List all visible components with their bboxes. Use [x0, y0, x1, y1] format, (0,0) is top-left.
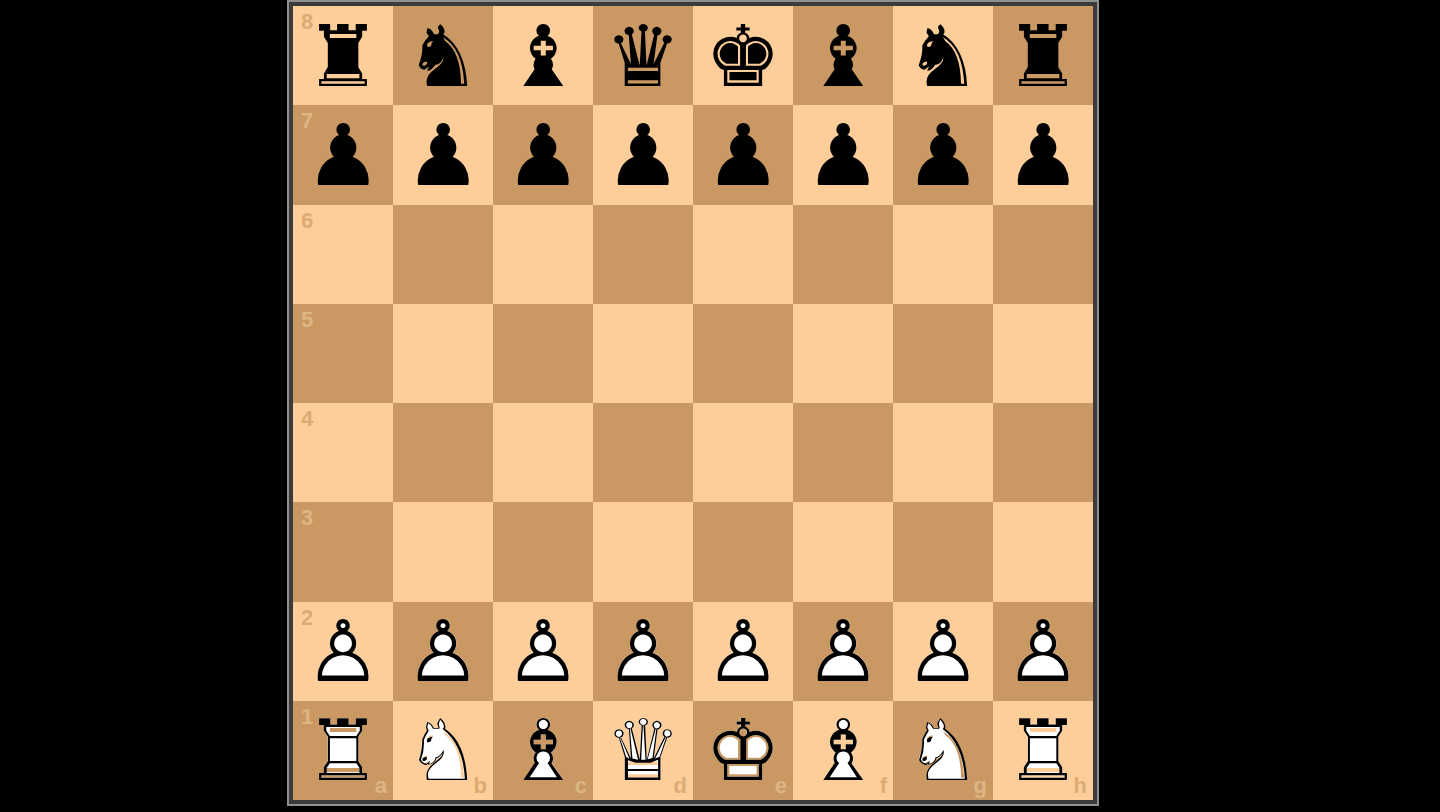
white-piece-glyph: ♟: [905, 609, 981, 694]
piece-bR-h8[interactable]: ♜: [993, 6, 1093, 105]
white-piece-glyph: ♟: [605, 609, 681, 694]
piece-bP-e7[interactable]: ♟: [693, 105, 793, 204]
piece-wN-b1[interactable]: ♞♘: [393, 701, 493, 800]
piece-outline-glyph: ♙: [805, 609, 881, 694]
square-h7[interactable]: ♟: [993, 105, 1093, 204]
piece-wP-h2[interactable]: ♟♙: [993, 602, 1093, 701]
piece-bP-g7[interactable]: ♟: [893, 105, 993, 204]
piece-bP-d7[interactable]: ♟: [593, 105, 693, 204]
black-piece-glyph: ♟: [905, 112, 981, 197]
rank-label-5: 5: [301, 307, 313, 333]
square-g7[interactable]: ♟: [893, 105, 993, 204]
square-c4[interactable]: [493, 403, 593, 502]
square-a2[interactable]: 2♟♙: [293, 602, 393, 701]
square-b7[interactable]: ♟: [393, 105, 493, 204]
black-piece-glyph: ♝: [505, 13, 581, 98]
piece-bP-f7[interactable]: ♟: [793, 105, 893, 204]
white-piece-glyph: ♜: [305, 708, 381, 793]
square-a8[interactable]: 8♜: [293, 6, 393, 105]
square-d8[interactable]: ♛: [593, 6, 693, 105]
square-a1[interactable]: 1a♜♖: [293, 701, 393, 800]
black-piece-glyph: ♟: [705, 112, 781, 197]
square-e1[interactable]: e♚♔: [693, 701, 793, 800]
black-piece-glyph: ♞: [905, 13, 981, 98]
piece-outline-glyph: ♗: [805, 708, 881, 793]
piece-bB-f8[interactable]: ♝: [793, 6, 893, 105]
app-background: 8♜♞♝♛♚♝♞♜7♟♟♟♟♟♟♟♟65432♟♙♟♙♟♙♟♙♟♙♟♙♟♙♟♙1…: [0, 0, 1440, 812]
piece-wR-h1[interactable]: ♜♖: [993, 701, 1093, 800]
black-piece-glyph: ♚: [705, 13, 781, 98]
piece-outline-glyph: ♘: [405, 708, 481, 793]
square-c1[interactable]: c♝♗: [493, 701, 593, 800]
square-c2[interactable]: ♟♙: [493, 602, 593, 701]
piece-outline-glyph: ♔: [705, 708, 781, 793]
rank-label-3: 3: [301, 505, 313, 531]
piece-wP-g2[interactable]: ♟♙: [893, 602, 993, 701]
piece-outline-glyph: ♙: [505, 609, 581, 694]
piece-outline-glyph: ♙: [905, 609, 981, 694]
piece-bB-c8[interactable]: ♝: [493, 6, 593, 105]
square-b8[interactable]: ♞: [393, 6, 493, 105]
square-c8[interactable]: ♝: [493, 6, 593, 105]
square-h2[interactable]: ♟♙: [993, 602, 1093, 701]
piece-bR-a8[interactable]: ♜: [293, 6, 393, 105]
square-c5[interactable]: [493, 304, 593, 403]
square-g5[interactable]: [893, 304, 993, 403]
square-f1[interactable]: f♝♗: [793, 701, 893, 800]
piece-bK-e8[interactable]: ♚: [693, 6, 793, 105]
square-f8[interactable]: ♝: [793, 6, 893, 105]
square-g2[interactable]: ♟♙: [893, 602, 993, 701]
white-piece-glyph: ♟: [705, 609, 781, 694]
piece-bP-h7[interactable]: ♟: [993, 105, 1093, 204]
square-g1[interactable]: g♞♘: [893, 701, 993, 800]
square-g6[interactable]: [893, 205, 993, 304]
piece-bP-a7[interactable]: ♟: [293, 105, 393, 204]
piece-wP-a2[interactable]: ♟♙: [293, 602, 393, 701]
piece-bP-c7[interactable]: ♟: [493, 105, 593, 204]
piece-outline-glyph: ♕: [605, 708, 681, 793]
square-d3[interactable]: [593, 502, 693, 601]
square-h6[interactable]: [993, 205, 1093, 304]
square-d6[interactable]: [593, 205, 693, 304]
black-piece-glyph: ♟: [505, 112, 581, 197]
white-piece-glyph: ♞: [405, 708, 481, 793]
square-g8[interactable]: ♞: [893, 6, 993, 105]
piece-wQ-d1[interactable]: ♛♕: [593, 701, 693, 800]
square-a4[interactable]: 4: [293, 403, 393, 502]
piece-wR-a1[interactable]: ♜♖: [293, 701, 393, 800]
piece-wB-f1[interactable]: ♝♗: [793, 701, 893, 800]
piece-outline-glyph: ♖: [1005, 708, 1081, 793]
piece-outline-glyph: ♙: [705, 609, 781, 694]
square-d4[interactable]: [593, 403, 693, 502]
square-b3[interactable]: [393, 502, 493, 601]
board-frame: 8♜♞♝♛♚♝♞♜7♟♟♟♟♟♟♟♟65432♟♙♟♙♟♙♟♙♟♙♟♙♟♙♟♙1…: [289, 2, 1097, 804]
piece-wP-b2[interactable]: ♟♙: [393, 602, 493, 701]
piece-outline-glyph: ♙: [1005, 609, 1081, 694]
square-f6[interactable]: [793, 205, 893, 304]
black-piece-glyph: ♛: [605, 13, 681, 98]
piece-outline-glyph: ♙: [605, 609, 681, 694]
piece-wP-f2[interactable]: ♟♙: [793, 602, 893, 701]
square-c6[interactable]: [493, 205, 593, 304]
square-h5[interactable]: [993, 304, 1093, 403]
piece-outline-glyph: ♙: [405, 609, 481, 694]
square-a5[interactable]: 5: [293, 304, 393, 403]
square-h1[interactable]: h♜♖: [993, 701, 1093, 800]
white-piece-glyph: ♝: [505, 708, 581, 793]
rank-label-4: 4: [301, 406, 313, 432]
square-g4[interactable]: [893, 403, 993, 502]
piece-bP-b7[interactable]: ♟: [393, 105, 493, 204]
square-e4[interactable]: [693, 403, 793, 502]
piece-bN-b8[interactable]: ♞: [393, 6, 493, 105]
piece-wP-e2[interactable]: ♟♙: [693, 602, 793, 701]
square-f4[interactable]: [793, 403, 893, 502]
piece-wP-c2[interactable]: ♟♙: [493, 602, 593, 701]
piece-outline-glyph: ♗: [505, 708, 581, 793]
piece-wB-c1[interactable]: ♝♗: [493, 701, 593, 800]
black-piece-glyph: ♟: [605, 112, 681, 197]
square-e8[interactable]: ♚: [693, 6, 793, 105]
square-e3[interactable]: [693, 502, 793, 601]
black-piece-glyph: ♜: [305, 13, 381, 98]
black-piece-glyph: ♞: [405, 13, 481, 98]
square-a7[interactable]: 7♟: [293, 105, 393, 204]
square-h8[interactable]: ♜: [993, 6, 1093, 105]
white-piece-glyph: ♞: [905, 708, 981, 793]
piece-wK-e1[interactable]: ♚♔: [693, 701, 793, 800]
black-piece-glyph: ♟: [805, 112, 881, 197]
square-a3[interactable]: 3: [293, 502, 393, 601]
square-f7[interactable]: ♟: [793, 105, 893, 204]
square-d2[interactable]: ♟♙: [593, 602, 693, 701]
black-piece-glyph: ♟: [1005, 112, 1081, 197]
square-b2[interactable]: ♟♙: [393, 602, 493, 701]
white-piece-glyph: ♟: [1005, 609, 1081, 694]
square-b5[interactable]: [393, 304, 493, 403]
square-b1[interactable]: b♞♘: [393, 701, 493, 800]
white-piece-glyph: ♜: [1005, 708, 1081, 793]
square-b4[interactable]: [393, 403, 493, 502]
square-e5[interactable]: [693, 304, 793, 403]
white-piece-glyph: ♝: [805, 708, 881, 793]
square-e7[interactable]: ♟: [693, 105, 793, 204]
square-b6[interactable]: [393, 205, 493, 304]
square-f2[interactable]: ♟♙: [793, 602, 893, 701]
white-piece-glyph: ♛: [605, 708, 681, 793]
piece-wP-d2[interactable]: ♟♙: [593, 602, 693, 701]
piece-bN-g8[interactable]: ♞: [893, 6, 993, 105]
white-piece-glyph: ♟: [305, 609, 381, 694]
rank-label-6: 6: [301, 208, 313, 234]
white-piece-glyph: ♟: [405, 609, 481, 694]
square-d5[interactable]: [593, 304, 693, 403]
square-c3[interactable]: [493, 502, 593, 601]
square-f3[interactable]: [793, 502, 893, 601]
piece-outline-glyph: ♘: [905, 708, 981, 793]
piece-bQ-d8[interactable]: ♛: [593, 6, 693, 105]
black-piece-glyph: ♟: [405, 112, 481, 197]
square-h4[interactable]: [993, 403, 1093, 502]
square-g3[interactable]: [893, 502, 993, 601]
square-d1[interactable]: d♛♕: [593, 701, 693, 800]
black-piece-glyph: ♜: [1005, 13, 1081, 98]
square-c7[interactable]: ♟: [493, 105, 593, 204]
square-a6[interactable]: 6: [293, 205, 393, 304]
piece-wN-g1[interactable]: ♞♘: [893, 701, 993, 800]
white-piece-glyph: ♟: [805, 609, 881, 694]
black-piece-glyph: ♝: [805, 13, 881, 98]
square-f5[interactable]: [793, 304, 893, 403]
black-piece-glyph: ♟: [305, 112, 381, 197]
square-e6[interactable]: [693, 205, 793, 304]
square-h3[interactable]: [993, 502, 1093, 601]
piece-outline-glyph: ♙: [305, 609, 381, 694]
square-e2[interactable]: ♟♙: [693, 602, 793, 701]
chess-board: 8♜♞♝♛♚♝♞♜7♟♟♟♟♟♟♟♟65432♟♙♟♙♟♙♟♙♟♙♟♙♟♙♟♙1…: [293, 6, 1093, 800]
square-d7[interactable]: ♟: [593, 105, 693, 204]
white-piece-glyph: ♟: [505, 609, 581, 694]
white-piece-glyph: ♚: [705, 708, 781, 793]
piece-outline-glyph: ♖: [305, 708, 381, 793]
